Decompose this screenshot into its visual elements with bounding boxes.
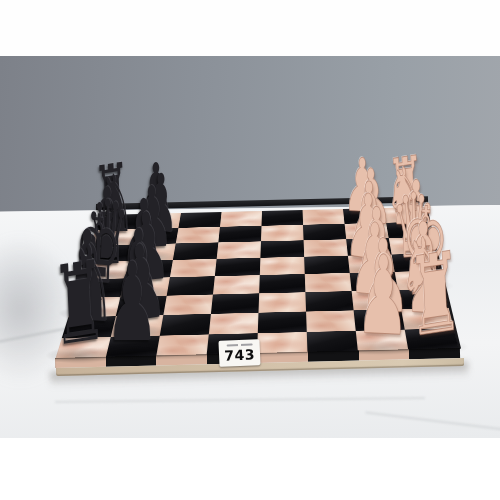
square-f6 (163, 295, 213, 316)
square-g7 (111, 315, 164, 337)
square-f3 (305, 291, 353, 311)
square-a7 (137, 213, 181, 229)
square-f1 (398, 289, 449, 309)
square-b2 (345, 223, 389, 240)
square-b7 (133, 228, 178, 245)
square-g1 (401, 308, 454, 330)
square-c1 (389, 237, 436, 254)
square-c6 (173, 242, 218, 260)
square-d3 (304, 256, 350, 274)
square-d5 (215, 258, 261, 276)
square-f4 (258, 292, 306, 312)
square-d2 (348, 255, 395, 273)
square-e6 (167, 276, 215, 295)
square-c4 (260, 240, 304, 257)
square-c5 (217, 241, 261, 258)
square-b5 (218, 226, 261, 243)
square-a6 (178, 212, 221, 228)
square-a4 (261, 210, 303, 226)
square-d8 (80, 261, 129, 280)
auction-photo-chess-set: ♜♟♟♜♞♟♟♞♝♟♟♝♛♟♟♛♚♟♟♚♝♟♟♝♞♟♟♞♜♟♟♜ 743 (0, 0, 500, 500)
lot-label: 743 (218, 339, 260, 367)
square-e3 (305, 273, 352, 292)
square-e2 (350, 272, 398, 291)
square-f7 (116, 296, 167, 317)
square-c8 (85, 245, 133, 263)
square-a1 (384, 207, 428, 223)
square-a3 (303, 209, 345, 225)
square-a5 (220, 211, 262, 227)
square-g3 (306, 310, 356, 332)
chess-board (55, 207, 459, 360)
square-d6 (170, 259, 217, 277)
square-g2 (354, 309, 405, 331)
square-c3 (304, 239, 348, 256)
square-f8 (68, 297, 120, 318)
square-g4 (258, 312, 307, 334)
background-wall (0, 56, 500, 212)
square-g6 (160, 314, 211, 336)
square-b8 (91, 229, 137, 246)
square-d4 (260, 257, 305, 275)
square-d1 (392, 253, 440, 271)
square-b1 (386, 222, 431, 239)
square-g5 (209, 313, 259, 335)
square-f2 (352, 290, 402, 310)
square-e7 (120, 277, 169, 296)
photo-border-bottom (0, 438, 500, 500)
square-c2 (346, 238, 391, 255)
lot-number: 743 (219, 346, 261, 364)
square-b6 (176, 227, 220, 244)
square-c7 (129, 243, 176, 261)
square-a2 (343, 208, 386, 224)
square-e4 (259, 274, 305, 293)
square-d7 (125, 260, 173, 278)
square-f5 (211, 293, 259, 314)
square-e5 (213, 275, 260, 294)
square-b4 (261, 225, 304, 242)
square-e1 (395, 271, 444, 290)
square-b3 (303, 224, 346, 241)
photo-border-top (0, 0, 500, 56)
square-a8 (95, 214, 140, 230)
square-g8 (62, 316, 116, 338)
